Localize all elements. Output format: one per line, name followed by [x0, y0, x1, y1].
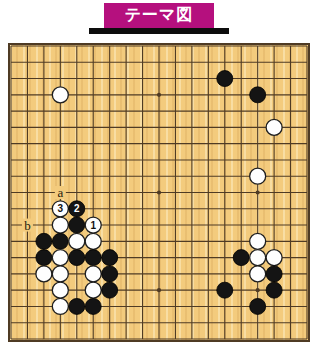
stone-white: [266, 250, 282, 266]
star-point: [256, 288, 260, 292]
go-board: ab321: [8, 43, 310, 342]
stone-black: [102, 282, 118, 298]
star-point: [256, 190, 260, 194]
stone-black: [69, 298, 85, 314]
stone-white: [52, 250, 68, 266]
stone-white: [52, 266, 68, 282]
stone-black: [85, 250, 101, 266]
stone-black: [102, 266, 118, 282]
stone-white: [69, 233, 85, 249]
point-label-b: b: [24, 218, 31, 233]
stone-white: [250, 250, 266, 266]
title-block: テーマ図: [0, 3, 318, 34]
stone-black: [69, 250, 85, 266]
move-number-2: 2: [74, 203, 80, 214]
stone-black: [266, 266, 282, 282]
star-point: [157, 93, 161, 97]
stone-black: [102, 250, 118, 266]
stone-black: [69, 217, 85, 233]
stone-white: [52, 87, 68, 103]
stone-white: [52, 298, 68, 314]
stone-black: [36, 233, 52, 249]
star-point: [157, 288, 161, 292]
move-number-1: 1: [90, 220, 96, 231]
stone-black: [36, 250, 52, 266]
stone-white: [250, 233, 266, 249]
stone-white: [85, 282, 101, 298]
stone-white: [85, 233, 101, 249]
diagram-title: テーマ図: [104, 3, 214, 28]
stone-black: [52, 233, 68, 249]
stone-black: [250, 87, 266, 103]
stone-black: [85, 298, 101, 314]
stone-white: [52, 282, 68, 298]
page: テーマ図 ab321: [0, 0, 318, 346]
go-board-svg: ab321: [10, 45, 308, 340]
stone-black: [250, 298, 266, 314]
stone-black: [217, 282, 233, 298]
star-point: [157, 190, 161, 194]
stone-black: [233, 250, 249, 266]
stone-white: [85, 266, 101, 282]
stone-white: [250, 168, 266, 184]
stone-white: [36, 266, 52, 282]
stone-black: [266, 282, 282, 298]
title-underline-bar: [89, 28, 229, 34]
stone-white: [266, 119, 282, 135]
move-number-3: 3: [58, 203, 64, 214]
stone-white: [250, 266, 266, 282]
stone-black: [217, 71, 233, 87]
point-label-a: a: [57, 185, 63, 200]
stone-white: [52, 217, 68, 233]
